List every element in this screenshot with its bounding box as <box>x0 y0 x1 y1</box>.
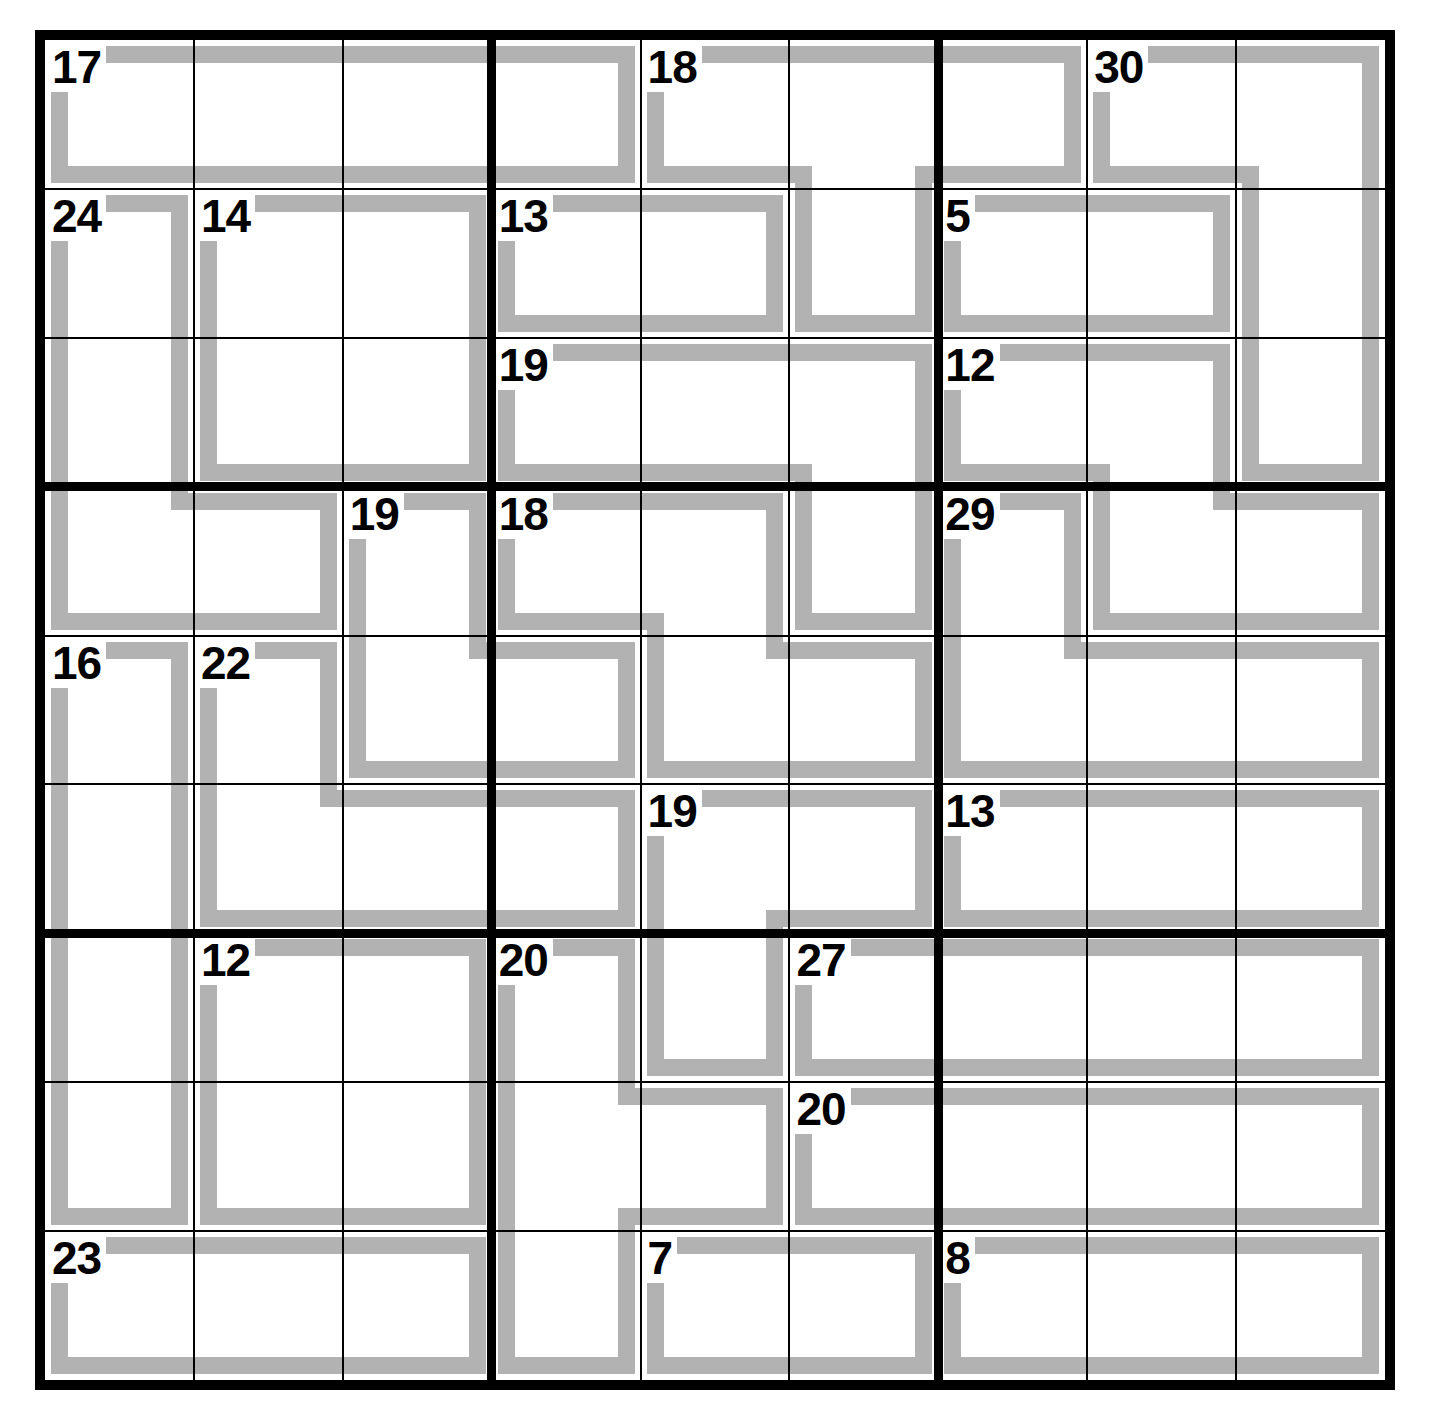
grid-line-v <box>640 40 642 1380</box>
cage-outline-segment <box>200 784 217 927</box>
cage-outline-segment <box>915 1237 932 1374</box>
cage-outline-segment <box>938 939 1087 956</box>
cage-outline-segment <box>618 1088 784 1105</box>
cage-outline-segment <box>1087 790 1236 807</box>
cage-outline-segment <box>618 1208 784 1225</box>
cage-outline-segment <box>200 1208 343 1225</box>
cage-outline-segment <box>51 784 68 933</box>
cage-outline-segment <box>1242 166 1259 338</box>
cage-outline-segment <box>343 1208 486 1225</box>
cage-sum-label: 19 <box>345 489 404 539</box>
cage-sum-label: 13 <box>494 191 553 241</box>
cage-outline-segment <box>766 642 932 659</box>
cage-outline-segment <box>498 315 641 332</box>
grid-line-h <box>45 337 1385 339</box>
cage-outline-segment <box>171 784 188 933</box>
cage-outline-segment <box>641 464 813 481</box>
cage-outline-segment <box>915 790 932 927</box>
cage-outline-segment <box>469 338 486 481</box>
cage-outline-segment <box>194 613 337 630</box>
cage-outline-segment <box>1087 1088 1236 1105</box>
cage-outline-segment <box>51 338 68 487</box>
cage-outline-segment <box>938 1059 1087 1076</box>
cage-outline-segment <box>349 761 492 778</box>
cage-outline-segment <box>1087 315 1230 332</box>
cage-outline-segment <box>618 1208 635 1374</box>
cage-outline-segment <box>498 1357 635 1374</box>
cage-sum-label: 22 <box>196 638 255 688</box>
cage-outline-segment <box>469 1082 486 1225</box>
cage-outline-segment <box>498 1082 515 1231</box>
cage-outline-segment <box>1236 613 1379 630</box>
cage-outline-segment <box>647 1357 790 1374</box>
cage-outline-segment <box>171 642 188 785</box>
cage-outline-segment <box>1093 613 1236 630</box>
box-border-h <box>45 482 1385 491</box>
cage-outline-segment <box>320 493 337 630</box>
cage-outline-segment <box>1242 338 1259 481</box>
cage-sum-label: 23 <box>47 1233 106 1283</box>
box-border-h <box>45 929 1385 938</box>
grid-line-h <box>45 635 1385 637</box>
cage-outline-segment <box>915 642 932 779</box>
grid-line-v <box>1235 40 1237 1380</box>
cage-outline-segment <box>641 493 784 510</box>
cage-sum-label: 20 <box>494 935 553 985</box>
cage-outline-segment <box>349 636 366 779</box>
cage-outline-segment <box>944 636 961 779</box>
cage-outline-segment <box>492 166 635 183</box>
cage-outline-segment <box>194 166 343 183</box>
cage-outline-segment <box>618 790 635 927</box>
cage-sum-label: 18 <box>494 489 553 539</box>
cage-outline-segment <box>1064 642 1236 659</box>
cage-outline-segment <box>647 761 790 778</box>
cage-outline-segment <box>795 315 932 332</box>
grid-line-v <box>193 40 195 1380</box>
cage-outline-segment <box>938 46 1081 63</box>
cage-outline-segment <box>171 1082 188 1225</box>
cage-outline-segment <box>944 315 1087 332</box>
cage-sum-label: 19 <box>643 786 702 836</box>
cage-outline-segment <box>1087 939 1236 956</box>
cage-outline-segment <box>938 1088 1087 1105</box>
cage-outline-segment <box>1362 939 1379 1076</box>
cage-sum-label: 12 <box>196 935 255 985</box>
cage-outline-segment <box>647 933 664 1076</box>
cage-outline-segment <box>1362 493 1379 630</box>
cage-outline-segment <box>343 166 492 183</box>
cage-outline-segment <box>795 1059 938 1076</box>
box-border-v <box>934 40 943 1380</box>
cage-outline-segment <box>194 1237 343 1254</box>
cage-sum-label: 8 <box>940 1233 975 1283</box>
cage-outline-segment <box>1236 642 1379 659</box>
cage-outline-segment <box>1242 464 1379 481</box>
cage-outline-segment <box>647 1059 784 1076</box>
cage-outline-segment <box>200 338 217 481</box>
cage-outline-segment <box>171 933 188 1082</box>
cage-outline-segment <box>915 487 932 630</box>
cage-outline-segment <box>1236 910 1379 927</box>
cage-outline-segment <box>1087 195 1230 212</box>
cage-outline-segment <box>789 790 932 807</box>
cage-outline-segment <box>641 195 784 212</box>
cage-outline-segment <box>51 1208 188 1225</box>
cage-sum-label: 20 <box>791 1084 850 1134</box>
cage-outline-segment <box>1236 939 1379 956</box>
cage-outline-segment <box>1236 790 1379 807</box>
cage-outline-segment <box>1236 1059 1379 1076</box>
cage-outline-segment <box>498 464 641 481</box>
cage-outline-segment <box>1087 1059 1236 1076</box>
cage-outline-segment <box>1087 344 1230 361</box>
cage-outline-segment <box>789 1357 932 1374</box>
cage-outline-segment <box>343 46 492 63</box>
cage-outline-segment <box>171 493 337 510</box>
cage-outline-segment <box>1236 46 1379 63</box>
cage-outline-segment <box>498 1231 515 1374</box>
cage-outline-segment <box>200 910 343 927</box>
cage-outline-segment <box>1362 642 1379 779</box>
cage-outline-segment <box>343 1237 486 1254</box>
cage-sum-label: 24 <box>47 191 106 241</box>
cage-outline-segment <box>343 464 486 481</box>
cage-sum-label: 17 <box>47 42 106 92</box>
cage-outline-segment <box>343 910 492 927</box>
cage-outline-segment <box>51 166 194 183</box>
cage-outline-segment <box>200 464 343 481</box>
cage-outline-segment <box>469 939 486 1082</box>
cage-outline-segment <box>766 1088 783 1225</box>
cage-outline-segment <box>641 315 784 332</box>
cage-sum-label: 12 <box>940 340 999 390</box>
grid-line-h <box>45 1081 1385 1083</box>
cage-outline-segment <box>1362 46 1379 189</box>
cage-outline-segment <box>320 790 492 807</box>
grid-line-v <box>788 40 790 1380</box>
cage-outline-segment <box>618 642 635 779</box>
cage-outline-segment <box>944 761 1087 778</box>
cage-outline-segment <box>1362 1237 1379 1374</box>
cage-outline-segment <box>789 1237 932 1254</box>
cage-outline-segment <box>1362 790 1379 927</box>
cage-outline-segment <box>1362 189 1379 338</box>
grid-line-h <box>45 188 1385 190</box>
cage-outline-segment <box>618 46 635 183</box>
page: 1718302414135191219182916221913122027202… <box>0 0 1429 1418</box>
cage-outline-segment <box>194 1357 343 1374</box>
cage-outline-segment <box>795 1208 938 1225</box>
cage-outline-segment <box>1236 1237 1379 1254</box>
cage-sum-label: 13 <box>940 786 999 836</box>
cage-outline-segment <box>1213 493 1379 510</box>
cage-outline-segment <box>1362 1088 1379 1225</box>
cage-outline-segment <box>789 46 938 63</box>
cage-outline-segment <box>647 613 664 779</box>
cage-outline-segment <box>51 487 68 630</box>
cage-outline-segment <box>1087 761 1236 778</box>
cage-sum-label: 18 <box>643 42 702 92</box>
cage-sum-label: 14 <box>196 191 255 241</box>
cage-outline-segment <box>469 195 486 338</box>
cage-outline-segment <box>194 46 343 63</box>
cage-outline-segment <box>766 195 783 332</box>
cage-outline-segment <box>51 1082 68 1225</box>
cage-outline-segment <box>492 761 635 778</box>
cage-outline-segment <box>915 344 932 487</box>
grid-line-h <box>45 783 1385 785</box>
cage-outline-segment <box>641 344 790 361</box>
cage-outline-segment <box>789 761 932 778</box>
cage-outline-segment <box>492 790 635 807</box>
grid-line-v <box>1086 40 1088 1380</box>
cage-outline-segment <box>944 910 1087 927</box>
cage-sum-label: 16 <box>47 638 106 688</box>
cage-outline-segment <box>795 613 932 630</box>
cage-sum-label: 27 <box>791 935 850 985</box>
cage-outline-segment <box>1236 1357 1379 1374</box>
cage-outline-segment <box>1064 46 1081 183</box>
killer-sudoku-board: 1718302414135191219182916221913122027202… <box>35 30 1395 1390</box>
cage-outline-segment <box>1236 1088 1379 1105</box>
cage-outline-segment <box>1087 1237 1236 1254</box>
cage-sum-label: 30 <box>1089 42 1148 92</box>
cage-outline-segment <box>1362 338 1379 481</box>
cage-outline-segment <box>944 1357 1087 1374</box>
cage-sum-label: 7 <box>643 1233 678 1283</box>
cage-sum-label: 5 <box>940 191 975 241</box>
cage-outline-segment <box>171 195 188 338</box>
cage-outline-segment <box>51 933 68 1082</box>
cage-outline-segment <box>795 166 812 332</box>
cage-outline-segment <box>1087 1357 1236 1374</box>
cage-outline-segment <box>343 195 486 212</box>
cage-outline-segment <box>343 939 486 956</box>
cage-sum-label: 29 <box>940 489 999 539</box>
cage-outline-segment <box>469 1237 486 1374</box>
cage-outline-segment <box>915 166 932 332</box>
cage-outline-segment <box>789 344 932 361</box>
cage-outline-segment <box>766 910 932 927</box>
cage-outline-segment <box>200 1082 217 1225</box>
cage-outline-segment <box>1236 761 1379 778</box>
cage-outline-segment <box>1236 1208 1379 1225</box>
grid-line-v <box>342 40 344 1380</box>
cage-outline-segment <box>1087 1208 1236 1225</box>
cage-sum-label: 19 <box>494 340 553 390</box>
cage-outline-segment <box>51 613 194 630</box>
cage-outline-segment <box>492 46 635 63</box>
cage-outline-segment <box>51 1357 194 1374</box>
cage-outline-segment <box>343 1357 486 1374</box>
box-border-v <box>487 40 496 1380</box>
cage-outline-segment <box>492 910 635 927</box>
grid-line-h <box>45 1230 1385 1232</box>
cage-outline-segment <box>938 1208 1087 1225</box>
cage-outline-segment <box>1087 910 1236 927</box>
cage-outline-segment <box>1213 195 1230 332</box>
